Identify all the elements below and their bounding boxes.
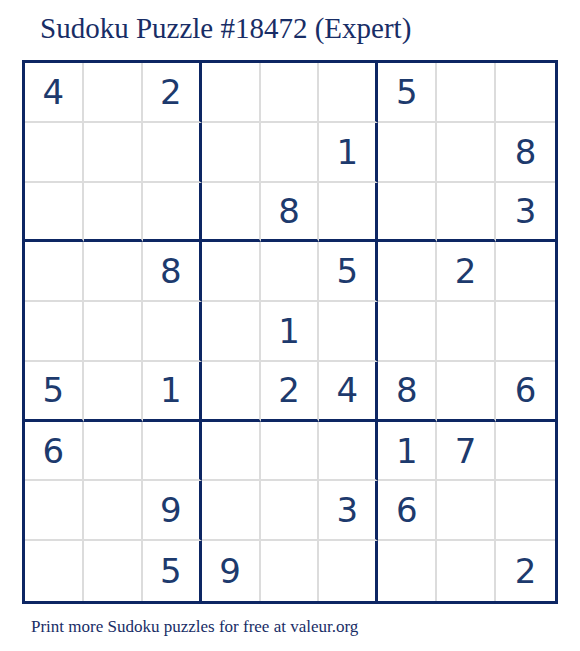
sudoku-cell-r4c2 (84, 242, 143, 302)
sudoku-cell-r9c2 (84, 541, 143, 601)
sudoku-cell-r2c7 (378, 123, 437, 183)
sudoku-cell-r6c2 (84, 362, 143, 422)
sudoku-given-r9c3: 5 (143, 541, 202, 601)
sudoku-given-r4c3: 8 (143, 242, 202, 302)
sudoku-cell-r5c9 (496, 302, 555, 362)
sudoku-cell-r4c4 (202, 242, 261, 302)
sudoku-cell-r3c2 (84, 183, 143, 243)
sudoku-cell-r5c1 (25, 302, 84, 362)
sudoku-cell-r7c5 (261, 422, 320, 482)
sudoku-given-r6c9: 6 (496, 362, 555, 422)
sudoku-cell-r3c7 (378, 183, 437, 243)
sudoku-cell-r6c8 (437, 362, 496, 422)
sudoku-cell-r9c8 (437, 541, 496, 601)
sudoku-cell-r1c2 (84, 63, 143, 123)
sudoku-cell-r5c4 (202, 302, 261, 362)
sudoku-cell-r3c1 (25, 183, 84, 243)
sudoku-cell-r1c5 (261, 63, 320, 123)
sudoku-cell-r9c5 (261, 541, 320, 601)
sudoku-cell-r7c9 (496, 422, 555, 482)
sudoku-cell-r3c6 (319, 183, 378, 243)
sudoku-cell-r7c6 (319, 422, 378, 482)
page-title: Sudoku Puzzle #18472 (Expert) (40, 12, 411, 45)
sudoku-given-r6c5: 2 (261, 362, 320, 422)
sudoku-given-r6c6: 4 (319, 362, 378, 422)
sudoku-given-r5c5: 1 (261, 302, 320, 362)
sudoku-cell-r8c5 (261, 481, 320, 541)
sudoku-cell-r9c1 (25, 541, 84, 601)
sudoku-cell-r5c2 (84, 302, 143, 362)
sudoku-given-r6c3: 1 (143, 362, 202, 422)
sudoku-cell-r2c4 (202, 123, 261, 183)
sudoku-given-r6c7: 8 (378, 362, 437, 422)
sudoku-cell-r5c6 (319, 302, 378, 362)
sudoku-given-r6c1: 5 (25, 362, 84, 422)
sudoku-cell-r1c8 (437, 63, 496, 123)
sudoku-cell-r2c3 (143, 123, 202, 183)
sudoku-cell-r6c4 (202, 362, 261, 422)
sudoku-cell-r8c4 (202, 481, 261, 541)
sudoku-given-r9c9: 2 (496, 541, 555, 601)
sudoku-cell-r2c5 (261, 123, 320, 183)
sudoku-cell-r8c1 (25, 481, 84, 541)
sudoku-cell-r9c6 (319, 541, 378, 601)
sudoku-given-r1c3: 2 (143, 63, 202, 123)
sudoku-cell-r5c3 (143, 302, 202, 362)
sudoku-given-r2c9: 8 (496, 123, 555, 183)
sudoku-cell-r8c2 (84, 481, 143, 541)
sudoku-given-r8c3: 9 (143, 481, 202, 541)
sudoku-grid: 42518838521512486617936592 (22, 60, 558, 604)
footer-credit: Print more Sudoku puzzles for free at va… (31, 617, 358, 637)
sudoku-cell-r2c2 (84, 123, 143, 183)
sudoku-cell-r5c8 (437, 302, 496, 362)
sudoku-cell-r3c3 (143, 183, 202, 243)
sudoku-cell-r9c7 (378, 541, 437, 601)
sudoku-cell-r4c5 (261, 242, 320, 302)
sudoku-cell-r4c7 (378, 242, 437, 302)
sudoku-given-r4c6: 5 (319, 242, 378, 302)
sudoku-given-r8c6: 3 (319, 481, 378, 541)
sudoku-cell-r1c4 (202, 63, 261, 123)
sudoku-given-r3c5: 8 (261, 183, 320, 243)
sudoku-cell-r1c9 (496, 63, 555, 123)
sudoku-given-r8c7: 6 (378, 481, 437, 541)
sudoku-given-r2c6: 1 (319, 123, 378, 183)
sudoku-cell-r3c4 (202, 183, 261, 243)
sudoku-cell-r4c1 (25, 242, 84, 302)
sudoku-given-r1c7: 5 (378, 63, 437, 123)
sudoku-cell-r8c9 (496, 481, 555, 541)
sudoku-given-r9c4: 9 (202, 541, 261, 601)
sudoku-cell-r2c1 (25, 123, 84, 183)
sudoku-cell-r3c8 (437, 183, 496, 243)
sudoku-cell-r8c8 (437, 481, 496, 541)
sudoku-cell-r2c8 (437, 123, 496, 183)
sudoku-given-r4c8: 2 (437, 242, 496, 302)
sudoku-cell-r7c4 (202, 422, 261, 482)
sudoku-cell-r1c6 (319, 63, 378, 123)
sudoku-given-r1c1: 4 (25, 63, 84, 123)
sudoku-given-r3c9: 3 (496, 183, 555, 243)
sudoku-cell-r7c3 (143, 422, 202, 482)
sudoku-given-r7c1: 6 (25, 422, 84, 482)
sudoku-given-r7c8: 7 (437, 422, 496, 482)
sudoku-cell-r7c2 (84, 422, 143, 482)
sudoku-cell-r4c9 (496, 242, 555, 302)
sudoku-given-r7c7: 1 (378, 422, 437, 482)
sudoku-cell-r5c7 (378, 302, 437, 362)
